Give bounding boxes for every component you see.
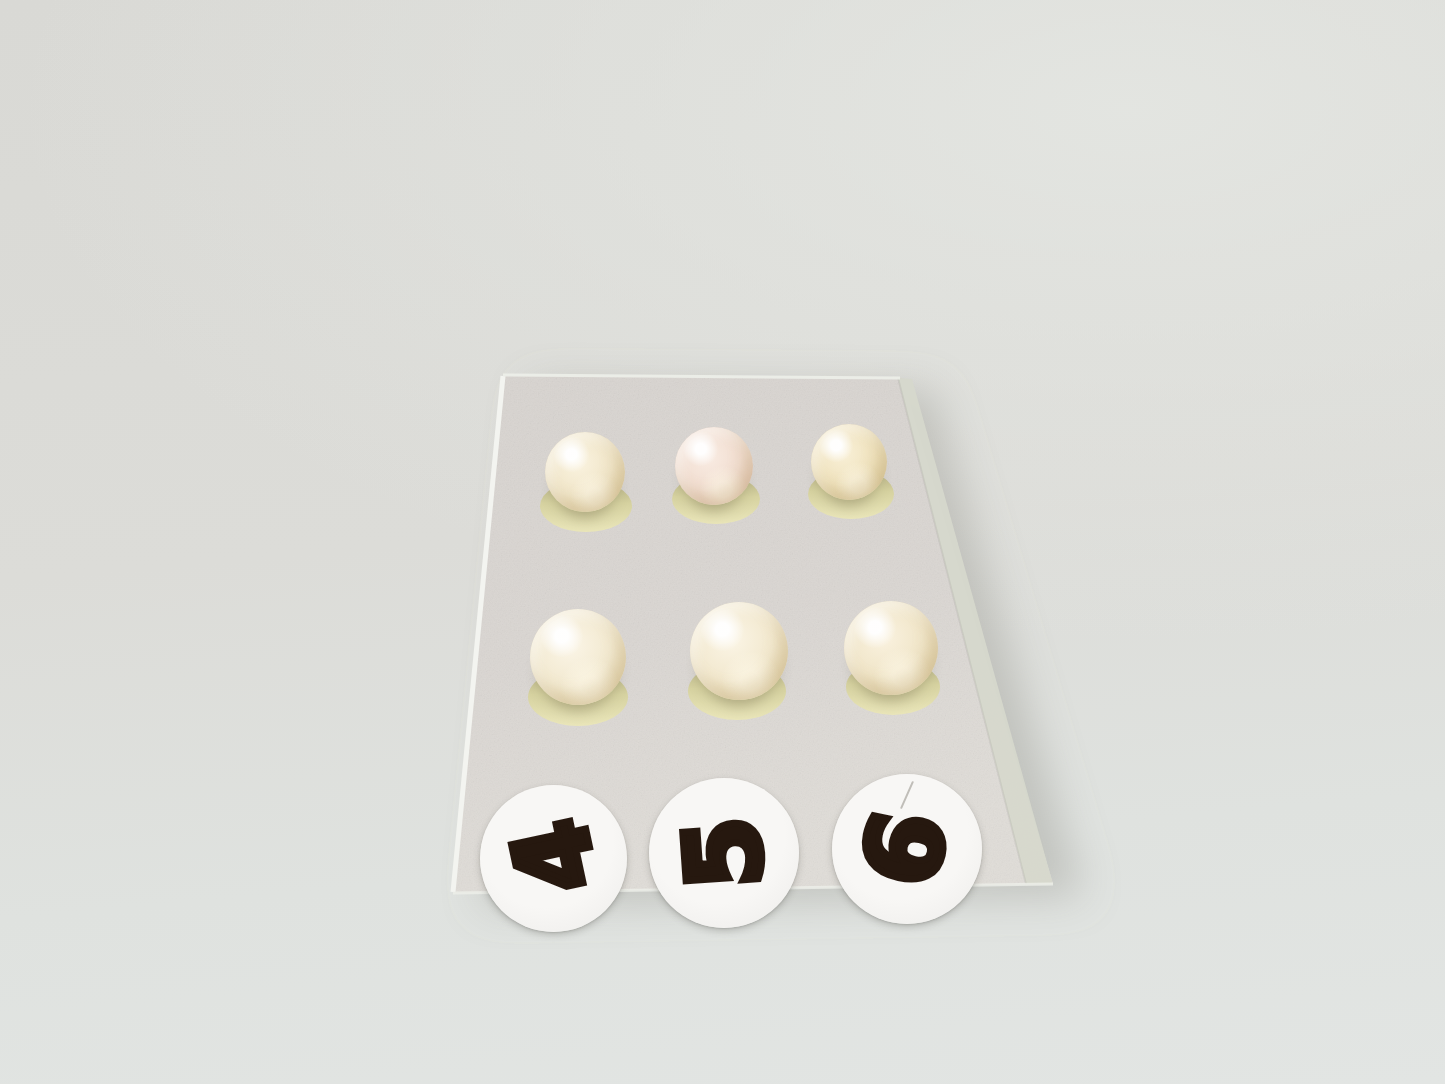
sticker-4-label: 4 bbox=[497, 810, 614, 902]
photo-stage: 4 5 6 bbox=[0, 0, 1445, 1084]
sticker-6-crease bbox=[900, 781, 914, 809]
sticker-5: 5 bbox=[649, 778, 799, 928]
sticker-5-label: 5 bbox=[670, 813, 779, 892]
sticker-6-label: 6 bbox=[847, 802, 964, 894]
pearl-bottom-middle bbox=[690, 602, 788, 700]
pearl-bottom-left bbox=[530, 609, 626, 705]
pearl-top-middle bbox=[675, 427, 753, 505]
sticker-4: 4 bbox=[480, 785, 627, 932]
pearl-top-right bbox=[811, 424, 887, 500]
pearl-bottom-right bbox=[844, 601, 938, 695]
pearl-top-left bbox=[545, 432, 625, 512]
sticker-6: 6 bbox=[832, 774, 982, 924]
